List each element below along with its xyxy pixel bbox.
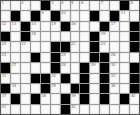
- cell-r10-c3[interactable]: [21, 94, 30, 103]
- cell-r6-c7[interactable]: 25: [61, 53, 70, 62]
- cell-r1-c8[interactable]: 5: [71, 1, 80, 10]
- cell-r3-c4[interactable]: 14: [31, 22, 40, 31]
- clue-number: 38: [41, 94, 46, 98]
- clue-number: 15: [51, 22, 56, 26]
- cell-r9-c10[interactable]: [90, 84, 99, 93]
- black-cell-r9-c11: [100, 84, 109, 93]
- cell-r3-c6[interactable]: 15: [51, 22, 60, 31]
- cell-r11-c12[interactable]: [110, 105, 119, 114]
- cell-r4-c8[interactable]: [71, 32, 80, 41]
- clue-number: 30: [111, 63, 116, 67]
- black-cell-r5-c6: [51, 42, 60, 51]
- cell-r7-c5[interactable]: [41, 63, 50, 72]
- black-cell-r9-c1: [1, 84, 10, 93]
- black-cell-r9-c5: [41, 84, 50, 93]
- cell-r10-c5[interactable]: 38: [41, 94, 50, 103]
- black-cell-r8-c9: [80, 74, 89, 83]
- cell-r4-c5[interactable]: [41, 32, 50, 41]
- cell-r5-c8[interactable]: 22: [71, 42, 80, 51]
- clue-number: 32: [51, 74, 56, 78]
- cell-r5-c3[interactable]: 21: [21, 42, 30, 51]
- cell-r11-c13[interactable]: [120, 105, 129, 114]
- clue-number: 12: [2, 22, 7, 26]
- cell-r2-c7[interactable]: 10: [61, 11, 70, 20]
- black-cell-r9-c8: [71, 84, 80, 93]
- black-cell-r9-c9: [80, 84, 89, 93]
- cell-r6-c5[interactable]: [41, 53, 50, 62]
- clue-number: 6: [81, 1, 83, 5]
- black-cell-r4-c3: [21, 32, 30, 41]
- cell-r6-c12[interactable]: 26: [110, 53, 119, 62]
- clue-number: 13: [11, 22, 16, 26]
- cell-r2-c8[interactable]: [71, 11, 80, 20]
- clue-number: 2: [21, 1, 23, 5]
- clue-number: 25: [61, 53, 66, 57]
- cell-r4-c6[interactable]: [51, 32, 60, 41]
- black-cell-r1-c13: [120, 1, 129, 10]
- black-cell-r6-c4: [31, 53, 40, 62]
- cell-r9-c13[interactable]: [120, 84, 129, 93]
- cell-r8-c8[interactable]: [71, 74, 80, 83]
- black-cell-r2-c6: [51, 11, 60, 20]
- cell-r8-c12[interactable]: 33: [110, 74, 119, 83]
- cell-r10-c12[interactable]: [110, 94, 119, 103]
- clue-number: 27: [11, 63, 16, 67]
- black-cell-r5-c14: [130, 42, 139, 51]
- clue-number: 11: [121, 11, 126, 15]
- black-cell-r7-c14: [130, 63, 139, 72]
- cell-r5-c12[interactable]: [110, 42, 119, 51]
- black-cell-r3-c7: [61, 22, 70, 31]
- cell-r3-c8[interactable]: 16: [71, 22, 80, 31]
- clue-number: 10: [61, 11, 66, 15]
- cell-r4-c13[interactable]: [120, 32, 129, 41]
- black-cell-r10-c11: [100, 94, 109, 103]
- clue-number: 37: [2, 94, 7, 98]
- cell-r5-c1[interactable]: 20: [1, 42, 10, 51]
- cell-r3-c2[interactable]: 13: [11, 22, 20, 31]
- clue-number: 20: [2, 42, 7, 46]
- cell-r4-c11[interactable]: 19: [100, 32, 109, 41]
- black-cell-r2-c10: [90, 11, 99, 20]
- cell-r4-c7[interactable]: [61, 32, 70, 41]
- cell-r1-c7[interactable]: 4: [61, 1, 70, 10]
- cell-r8-c10[interactable]: [90, 74, 99, 83]
- clue-number: 14: [31, 22, 36, 26]
- black-cell-r10-c9: [80, 94, 89, 103]
- black-cell-r8-c11: [100, 74, 109, 83]
- cell-r7-c8[interactable]: [71, 63, 80, 72]
- cell-r3-c12[interactable]: 17: [110, 22, 119, 31]
- clue-number: 17: [111, 22, 116, 26]
- cell-r9-c6[interactable]: 35: [51, 84, 60, 93]
- cell-r1-c14[interactable]: 8: [130, 1, 139, 10]
- clue-number: 34: [11, 84, 16, 88]
- cell-r11-c3[interactable]: [21, 105, 30, 114]
- clue-number: 36: [111, 84, 116, 88]
- cell-r11-c10[interactable]: [90, 105, 99, 114]
- black-cell-r11-c7: [61, 105, 70, 114]
- cell-r9-c7[interactable]: [61, 84, 70, 93]
- cell-r1-c1[interactable]: 1: [1, 1, 10, 10]
- clue-number: 28: [61, 63, 66, 67]
- cell-r9-c3[interactable]: [21, 84, 30, 93]
- clue-number: 4: [61, 1, 63, 5]
- clue-number: 16: [71, 22, 76, 26]
- cell-r6-c13[interactable]: [120, 53, 129, 62]
- cell-r7-c3[interactable]: [21, 63, 30, 72]
- cell-r10-c10[interactable]: [90, 94, 99, 103]
- cell-r5-c11[interactable]: 23: [100, 42, 109, 51]
- clue-number: 19: [101, 32, 106, 36]
- cell-r6-c1[interactable]: 24: [1, 53, 10, 62]
- cell-r5-c2[interactable]: [11, 42, 20, 51]
- cell-r5-c4[interactable]: [31, 42, 40, 51]
- black-cell-r7-c9: [80, 63, 89, 72]
- cell-r11-c9[interactable]: [80, 105, 89, 114]
- cell-r1-c3[interactable]: 2: [21, 1, 30, 10]
- crossword-puzzle-thumbnail: 1234567891011121314151617181920212223242…: [0, 0, 140, 115]
- clue-number: 1: [2, 1, 4, 5]
- cell-r8-c13[interactable]: [120, 74, 129, 83]
- clue-number: 22: [71, 42, 76, 46]
- black-cell-r6-c6: [51, 53, 60, 62]
- cell-r6-c8[interactable]: [71, 53, 80, 62]
- black-cell-r4-c1: [1, 32, 10, 41]
- cell-r6-c3[interactable]: [21, 53, 30, 62]
- clue-number: 42: [71, 105, 76, 109]
- cell-r3-c10[interactable]: [90, 22, 99, 31]
- clue-number: 35: [51, 84, 56, 88]
- clue-number: 33: [111, 74, 116, 78]
- cell-r4-c4[interactable]: 18: [31, 32, 40, 41]
- cell-r7-c12[interactable]: 30: [110, 63, 119, 72]
- cell-r1-c10[interactable]: [90, 1, 99, 10]
- cell-r10-c6[interactable]: [51, 94, 60, 103]
- cell-r11-c5[interactable]: [41, 105, 50, 114]
- black-cell-r7-c11: [100, 63, 109, 72]
- cell-r2-c11[interactable]: [100, 11, 109, 20]
- cell-r1-c2[interactable]: [11, 1, 20, 10]
- black-cell-r5-c10: [90, 42, 99, 51]
- cell-r4-c12[interactable]: [110, 32, 119, 41]
- clue-number: 9: [41, 11, 43, 15]
- cell-r2-c13[interactable]: 11: [120, 11, 129, 20]
- clue-number: 29: [91, 63, 96, 67]
- black-cell-r8-c14: [130, 74, 139, 83]
- cell-r7-c7[interactable]: 28: [61, 63, 70, 72]
- cell-r10-c8[interactable]: 39: [71, 94, 80, 103]
- black-cell-r7-c6: [51, 63, 60, 72]
- cell-r9-c4[interactable]: [31, 84, 40, 93]
- black-cell-r8-c4: [31, 74, 40, 83]
- clue-number: 8: [131, 1, 133, 5]
- cell-r2-c14[interactable]: [130, 11, 139, 20]
- cell-r4-c9[interactable]: [80, 32, 89, 41]
- crossword-grid: 1234567891011121314151617181920212223242…: [0, 0, 140, 115]
- cell-r1-c4[interactable]: [31, 1, 40, 10]
- cell-r2-c9[interactable]: [80, 11, 89, 20]
- clue-number: 31: [2, 74, 7, 78]
- black-cell-r8-c7: [61, 74, 70, 83]
- cell-r1-c6[interactable]: 3: [51, 1, 60, 10]
- cell-r2-c1[interactable]: [1, 11, 10, 20]
- cell-r5-c5[interactable]: [41, 42, 50, 51]
- cell-r2-c5[interactable]: 9: [41, 11, 50, 20]
- cell-r7-c2[interactable]: 27: [11, 63, 20, 72]
- cell-r11-c6[interactable]: [51, 105, 60, 114]
- clue-number: 18: [31, 32, 36, 36]
- cell-r1-c9[interactable]: 6: [80, 1, 89, 10]
- cell-r6-c9[interactable]: [80, 53, 89, 62]
- cell-r1-c12[interactable]: [110, 1, 119, 10]
- black-cell-r4-c14: [130, 32, 139, 41]
- clue-number: 40: [131, 94, 136, 98]
- cell-r11-c2[interactable]: [11, 105, 20, 114]
- clue-number: 41: [2, 105, 7, 109]
- cell-r11-c8[interactable]: 42: [71, 105, 80, 114]
- clue-number: 24: [2, 53, 7, 57]
- cell-r3-c1[interactable]: 12: [1, 22, 10, 31]
- cell-r1-c11[interactable]: 7: [100, 1, 109, 10]
- black-cell-r5-c7: [61, 42, 70, 51]
- black-cell-r10-c13: [120, 94, 129, 103]
- clue-number: 39: [71, 94, 76, 98]
- cell-r10-c1[interactable]: 37: [1, 94, 10, 103]
- cell-r6-c2[interactable]: [11, 53, 20, 62]
- black-cell-r9-c14: [130, 84, 139, 93]
- cell-r7-c13[interactable]: [120, 63, 129, 72]
- black-cell-r8-c5: [41, 74, 50, 83]
- black-cell-r2-c4: [31, 11, 40, 20]
- clue-number: 21: [21, 42, 26, 46]
- cell-r9-c2[interactable]: 34: [11, 84, 20, 93]
- cell-r3-c9[interactable]: [80, 22, 89, 31]
- black-cell-r1-c5: [41, 1, 50, 10]
- clue-number: 3: [51, 1, 53, 5]
- cell-r5-c9[interactable]: [80, 42, 89, 51]
- clue-number: 7: [101, 1, 103, 5]
- clue-number: 26: [111, 53, 116, 57]
- black-cell-r10-c2: [11, 94, 20, 103]
- black-cell-r10-c4: [31, 94, 40, 103]
- cell-r10-c14[interactable]: 40: [130, 94, 139, 103]
- cell-r4-c2[interactable]: [11, 32, 20, 41]
- black-cell-r7-c1: [1, 63, 10, 72]
- cell-r8-c2[interactable]: [11, 74, 20, 83]
- cell-r2-c3[interactable]: [21, 11, 30, 20]
- cell-r11-c1[interactable]: 41: [1, 105, 10, 114]
- cell-r11-c11[interactable]: [100, 105, 109, 114]
- black-cell-r6-c10: [90, 53, 99, 62]
- black-cell-r6-c11: [100, 53, 109, 62]
- cell-r9-c12[interactable]: 36: [110, 84, 119, 93]
- cell-r11-c14[interactable]: [130, 105, 139, 114]
- cell-r5-c13[interactable]: [120, 42, 129, 51]
- cell-r3-c13[interactable]: [120, 22, 129, 31]
- clue-number: 23: [101, 42, 106, 46]
- black-cell-r3-c14: [130, 22, 139, 31]
- black-cell-r4-c10: [90, 32, 99, 41]
- black-cell-r3-c11: [100, 22, 109, 31]
- cell-r6-c14[interactable]: [130, 53, 139, 62]
- cell-r8-c3[interactable]: [21, 74, 30, 83]
- black-cell-r2-c2: [11, 11, 20, 20]
- black-cell-r10-c7: [61, 94, 70, 103]
- cell-r8-c1[interactable]: 31: [1, 74, 10, 83]
- clue-number: 5: [71, 1, 73, 5]
- cell-r7-c10[interactable]: 29: [90, 63, 99, 72]
- black-cell-r3-c3: [21, 22, 30, 31]
- black-cell-r2-c12: [110, 11, 119, 20]
- cell-r8-c6[interactable]: 32: [51, 74, 60, 83]
- cell-r7-c4[interactable]: [31, 63, 40, 72]
- cell-r3-c5[interactable]: [41, 22, 50, 31]
- cell-r11-c4[interactable]: [31, 105, 40, 114]
